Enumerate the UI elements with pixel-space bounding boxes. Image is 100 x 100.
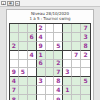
cell-r5c5[interactable] xyxy=(46,60,55,69)
cell-r2c4[interactable]: 4 xyxy=(37,33,46,42)
cell-r2c6[interactable] xyxy=(54,33,63,42)
cell-r2c7[interactable] xyxy=(63,33,72,42)
toolbar-button-menu[interactable]: ≡ xyxy=(15,1,20,6)
cell-r7c1[interactable]: 4 xyxy=(10,77,19,86)
cell-r3c2[interactable] xyxy=(19,42,28,51)
cell-r5c6[interactable]: 2 xyxy=(54,60,63,69)
toolbar-button-grid[interactable]: ▦ xyxy=(7,1,14,6)
cell-r4c4[interactable]: 1 xyxy=(37,51,46,60)
cell-r2c5[interactable] xyxy=(46,33,55,42)
cell-r9c4[interactable] xyxy=(37,95,46,100)
cell-r2c9[interactable]: 3 xyxy=(81,33,90,42)
cell-r3c5[interactable] xyxy=(46,42,55,51)
cell-r1c1[interactable] xyxy=(10,24,19,33)
cell-r8c2[interactable] xyxy=(19,86,28,95)
cell-r7c9[interactable]: 5 xyxy=(81,77,90,86)
cell-r8c1[interactable]: 7 xyxy=(10,86,19,95)
cell-r6c8[interactable] xyxy=(72,68,81,77)
cell-r4c2[interactable] xyxy=(19,51,28,60)
cell-r1c2[interactable] xyxy=(19,24,28,33)
cell-r4c3[interactable]: 4 xyxy=(28,51,37,60)
cell-r1c5[interactable] xyxy=(46,24,55,33)
cell-r6c2[interactable]: 5 xyxy=(19,68,28,77)
cell-r4c8[interactable]: 7 xyxy=(72,51,81,60)
cell-r3c4[interactable]: 9 xyxy=(37,42,46,51)
cell-r8c4[interactable] xyxy=(37,86,46,95)
cell-r6c5[interactable] xyxy=(46,68,55,77)
cell-r1c9[interactable]: 7 xyxy=(81,24,90,33)
cell-r7c2[interactable] xyxy=(19,77,28,86)
cell-r4c7[interactable] xyxy=(63,51,72,60)
cell-r4c9[interactable]: 2 xyxy=(81,51,90,60)
cell-r3c6[interactable]: 5 xyxy=(54,42,63,51)
menu-icon: ≡ xyxy=(17,1,19,5)
cell-r3c1[interactable]: 2 xyxy=(10,42,19,51)
cell-r2c1[interactable] xyxy=(10,33,19,42)
cell-r9c9[interactable] xyxy=(81,95,90,100)
cell-r5c8[interactable] xyxy=(72,60,81,69)
puzzle-title: Niveau 28/10/2020 xyxy=(7,12,93,16)
cell-r7c5[interactable] xyxy=(46,77,55,86)
cell-r6c6[interactable]: 7 xyxy=(54,68,63,77)
cell-r5c7[interactable] xyxy=(63,60,72,69)
cell-r1c8[interactable] xyxy=(72,24,81,33)
cell-r1c4[interactable]: 2 xyxy=(37,24,46,33)
cell-r1c6[interactable] xyxy=(54,24,63,33)
cell-r6c4[interactable] xyxy=(37,68,46,77)
cell-r3c9[interactable]: 8 xyxy=(81,42,90,51)
cell-r5c1[interactable] xyxy=(10,60,19,69)
grid-icon: ▦ xyxy=(9,1,12,5)
cell-r2c3[interactable]: 6 xyxy=(28,33,37,42)
cell-r3c3[interactable] xyxy=(28,42,37,51)
cell-r3c8[interactable] xyxy=(72,42,81,51)
cell-r1c3[interactable] xyxy=(28,24,37,33)
cell-r8c9[interactable] xyxy=(81,86,90,95)
cell-r7c3[interactable] xyxy=(28,77,37,86)
cell-r1c7[interactable] xyxy=(63,24,72,33)
cell-r5c2[interactable] xyxy=(19,60,28,69)
cell-r9c3[interactable] xyxy=(28,95,37,100)
cell-r9c5[interactable] xyxy=(46,95,55,100)
cell-r2c2[interactable] xyxy=(19,33,28,42)
cell-r8c6[interactable]: 4 xyxy=(54,86,63,95)
cell-r5c3[interactable] xyxy=(28,60,37,69)
cell-r4c5[interactable] xyxy=(46,51,55,60)
cell-r8c3[interactable] xyxy=(28,86,37,95)
cell-r6c7[interactable]: 3 xyxy=(63,68,72,77)
cell-r8c5[interactable] xyxy=(46,86,55,95)
cell-r4c1[interactable] xyxy=(10,51,19,60)
toolbar: 1 ▦ ≡ xyxy=(0,0,100,7)
cell-r5c4[interactable]: 6 xyxy=(37,60,46,69)
cell-r2c8[interactable] xyxy=(72,33,81,42)
cell-r6c3[interactable] xyxy=(28,68,37,77)
puzzle-subtitle: 1 à 5 : Tournoi swing xyxy=(7,17,93,21)
cell-r9c1[interactable]: 8 xyxy=(10,95,19,100)
cell-r3c7[interactable] xyxy=(63,42,72,51)
cell-r6c1[interactable]: 9 xyxy=(10,68,19,77)
cell-r8c8[interactable] xyxy=(72,86,81,95)
cell-r7c4[interactable]: 3 xyxy=(37,77,46,86)
cell-r9c8[interactable] xyxy=(72,95,81,100)
cell-r7c7[interactable] xyxy=(63,77,72,86)
cell-r8c7[interactable]: 1 xyxy=(63,86,72,95)
preview-page: Niveau 28/10/2020 1 à 5 : Tournoi swing … xyxy=(6,9,94,100)
cell-r9c6[interactable]: 9 xyxy=(54,95,63,100)
page-number-field[interactable]: 1 xyxy=(1,1,6,5)
cell-r6c9[interactable] xyxy=(81,68,90,77)
cell-r9c7[interactable] xyxy=(63,95,72,100)
cell-r5c9[interactable] xyxy=(81,60,90,69)
sudoku-board: 2764329584172629573438574189 xyxy=(9,23,91,100)
cell-r9c2[interactable] xyxy=(19,95,28,100)
cell-r7c6[interactable]: 8 xyxy=(54,77,63,86)
cell-r4c6[interactable] xyxy=(54,51,63,60)
cell-r7c8[interactable] xyxy=(72,77,81,86)
